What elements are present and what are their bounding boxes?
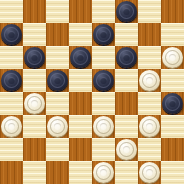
square-r4c1[interactable] <box>23 92 46 115</box>
square-r0c2 <box>46 0 69 23</box>
square-r2c6 <box>138 46 161 69</box>
white-man[interactable] <box>1 116 22 137</box>
square-r6c7[interactable] <box>161 138 184 161</box>
square-r7c0[interactable] <box>0 161 23 184</box>
square-r3c7 <box>161 69 184 92</box>
square-r2c4 <box>92 46 115 69</box>
square-r6c1[interactable] <box>23 138 46 161</box>
square-r2c3[interactable] <box>69 46 92 69</box>
square-r6c4 <box>92 138 115 161</box>
square-r5c5 <box>115 115 138 138</box>
square-r0c3[interactable] <box>69 0 92 23</box>
square-r4c7[interactable] <box>161 92 184 115</box>
white-man[interactable] <box>162 47 183 68</box>
square-r1c0[interactable] <box>0 23 23 46</box>
square-r4c3[interactable] <box>69 92 92 115</box>
square-r0c7[interactable] <box>161 0 184 23</box>
square-r7c7 <box>161 161 184 184</box>
black-man[interactable] <box>1 24 22 45</box>
square-r7c6[interactable] <box>138 161 161 184</box>
square-r7c1 <box>23 161 46 184</box>
square-r0c5[interactable] <box>115 0 138 23</box>
square-r2c5[interactable] <box>115 46 138 69</box>
square-r3c0[interactable] <box>0 69 23 92</box>
square-r5c3 <box>69 115 92 138</box>
square-r3c5 <box>115 69 138 92</box>
black-man[interactable] <box>93 70 114 91</box>
square-r0c4 <box>92 0 115 23</box>
square-r0c0 <box>0 0 23 23</box>
black-man[interactable] <box>162 93 183 114</box>
square-r6c0 <box>0 138 23 161</box>
square-r0c1[interactable] <box>23 0 46 23</box>
square-r2c1[interactable] <box>23 46 46 69</box>
square-r4c4 <box>92 92 115 115</box>
square-r5c4[interactable] <box>92 115 115 138</box>
black-man[interactable] <box>47 70 68 91</box>
white-man[interactable] <box>139 162 160 183</box>
square-r1c7 <box>161 23 184 46</box>
square-r3c3 <box>69 69 92 92</box>
black-man[interactable] <box>116 47 137 68</box>
square-r1c6[interactable] <box>138 23 161 46</box>
black-man[interactable] <box>24 47 45 68</box>
white-man[interactable] <box>116 139 137 160</box>
white-man[interactable] <box>139 70 160 91</box>
square-r7c3 <box>69 161 92 184</box>
square-r5c7 <box>161 115 184 138</box>
white-man[interactable] <box>93 116 114 137</box>
square-r2c7[interactable] <box>161 46 184 69</box>
square-r3c6[interactable] <box>138 69 161 92</box>
square-r4c6 <box>138 92 161 115</box>
square-r1c2[interactable] <box>46 23 69 46</box>
black-man[interactable] <box>116 1 137 22</box>
checkers-board <box>0 0 184 184</box>
square-r4c5[interactable] <box>115 92 138 115</box>
square-r5c0[interactable] <box>0 115 23 138</box>
square-r7c2[interactable] <box>46 161 69 184</box>
square-r6c2 <box>46 138 69 161</box>
square-r0c6 <box>138 0 161 23</box>
square-r3c4[interactable] <box>92 69 115 92</box>
square-r1c4[interactable] <box>92 23 115 46</box>
square-r5c2[interactable] <box>46 115 69 138</box>
square-r1c1 <box>23 23 46 46</box>
square-r3c2[interactable] <box>46 69 69 92</box>
white-man[interactable] <box>139 116 160 137</box>
square-r4c0 <box>0 92 23 115</box>
black-man[interactable] <box>1 70 22 91</box>
white-man[interactable] <box>47 116 68 137</box>
square-r5c1 <box>23 115 46 138</box>
square-r3c1 <box>23 69 46 92</box>
square-r6c5[interactable] <box>115 138 138 161</box>
square-r6c3[interactable] <box>69 138 92 161</box>
square-r2c0 <box>0 46 23 69</box>
square-r1c5 <box>115 23 138 46</box>
square-r2c2 <box>46 46 69 69</box>
square-r7c5 <box>115 161 138 184</box>
white-man[interactable] <box>24 93 45 114</box>
square-r1c3 <box>69 23 92 46</box>
white-man[interactable] <box>93 162 114 183</box>
square-r7c4[interactable] <box>92 161 115 184</box>
square-r5c6[interactable] <box>138 115 161 138</box>
black-man[interactable] <box>93 24 114 45</box>
square-r4c2 <box>46 92 69 115</box>
black-man[interactable] <box>70 47 91 68</box>
square-r6c6 <box>138 138 161 161</box>
